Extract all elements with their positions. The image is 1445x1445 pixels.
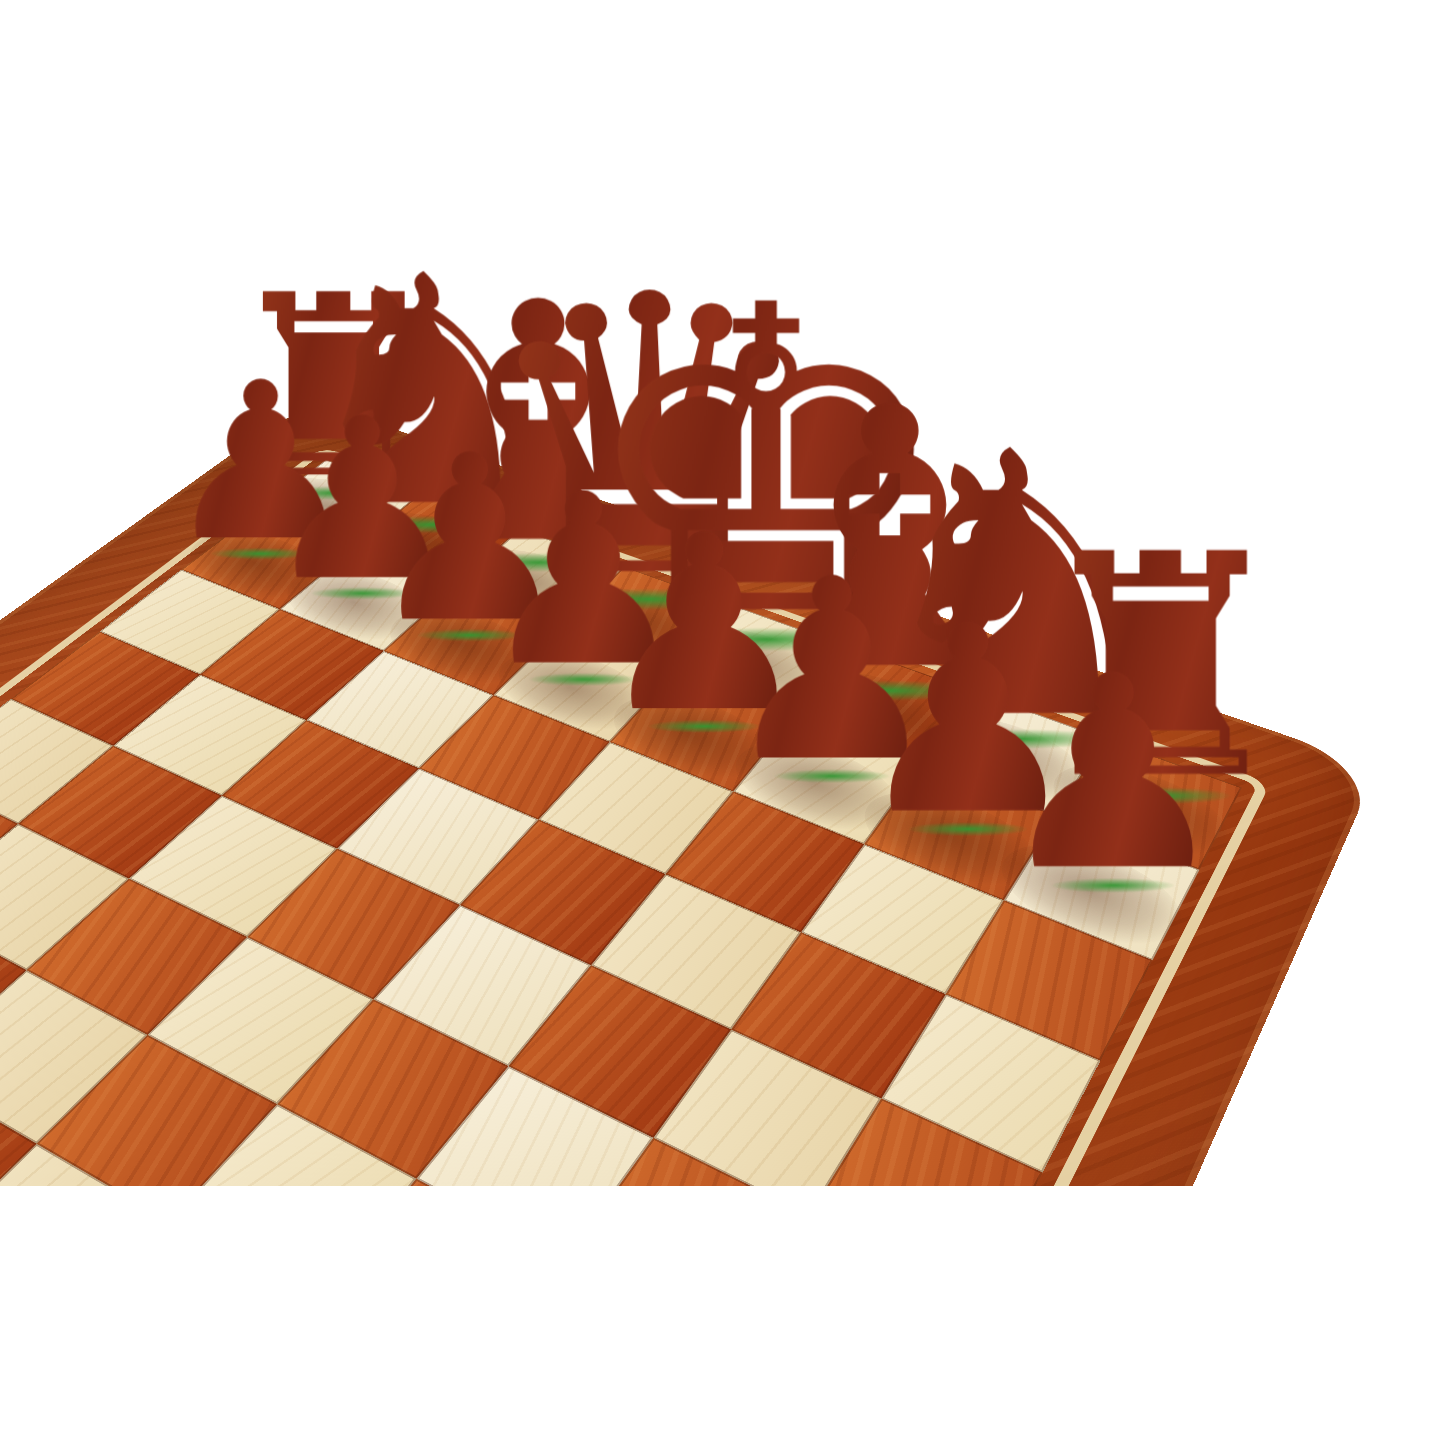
square-b3 <box>0 824 129 970</box>
photo-frame: ♜♞♝♛♚♝♞♜♟♟♟♟♟♟♟♟ <box>0 0 1445 1445</box>
pawn-glyph: ♟ <box>993 640 1232 907</box>
photo-crop-mask <box>0 1186 1445 1445</box>
